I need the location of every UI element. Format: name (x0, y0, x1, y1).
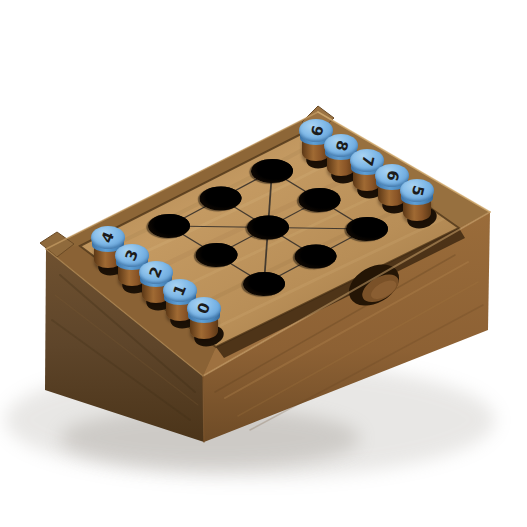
board-hole[interactable] (238, 211, 297, 245)
board-hole[interactable] (234, 267, 293, 301)
peg-number: 8 (333, 139, 350, 153)
peg-number: 9 (308, 124, 325, 138)
peg-number: 2 (147, 265, 165, 280)
peg-number: 3 (123, 248, 141, 263)
peg-cap: 1 (163, 279, 197, 302)
board-hole[interactable] (290, 183, 349, 217)
peg-number: 4 (99, 230, 117, 245)
board-plane (169, 171, 367, 284)
board-hole[interactable] (191, 182, 250, 216)
product-photo-scene: 9 8 7 6 5 4 3 (0, 0, 527, 527)
peg-number: 0 (195, 301, 213, 316)
peg-cap: 2 (139, 261, 173, 284)
board-hole[interactable] (337, 212, 396, 246)
peg-number: 7 (359, 154, 376, 168)
board-hole[interactable] (286, 240, 345, 274)
board-hole[interactable] (187, 238, 246, 272)
peg-cap: 4 (91, 226, 125, 249)
board-hole[interactable] (242, 154, 301, 188)
peg-number: 1 (171, 283, 189, 298)
peg-number: 6 (384, 169, 401, 183)
board-hole[interactable] (139, 209, 198, 243)
peg-cap: 0 (187, 297, 221, 320)
peg-cap: 5 (400, 179, 434, 202)
peg-number: 5 (409, 184, 426, 198)
